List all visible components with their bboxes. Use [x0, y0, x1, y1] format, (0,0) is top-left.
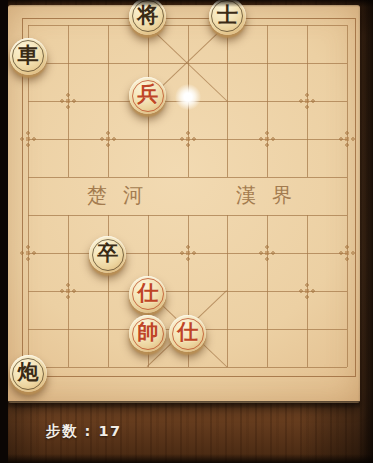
letterbox-strip-left: [0, 0, 8, 463]
board-bottom-shadow: [8, 401, 360, 409]
star-point-marker: [259, 131, 275, 147]
star-point-marker: [20, 245, 36, 261]
star-point-marker: [299, 93, 315, 109]
piece-black-chariot[interactable]: 車: [10, 38, 47, 75]
piece-character: 卒: [89, 235, 126, 272]
piece-character: 車: [10, 36, 47, 73]
piece-black-cannon[interactable]: 炮: [10, 355, 47, 392]
piece-black-soldier[interactable]: 卒: [89, 236, 126, 273]
frame-edge-right: [358, 0, 373, 463]
star-point-marker: [180, 245, 196, 261]
piece-character: 兵: [129, 76, 166, 113]
grid-line: [108, 25, 109, 177]
board-layer: 楚河 漢界 将士車兵卒仕帥仕炮: [0, 0, 373, 463]
grid-line: [267, 25, 268, 177]
star-point-marker: [60, 283, 76, 299]
star-point-marker: [299, 283, 315, 299]
grid-line: [28, 367, 347, 368]
piece-red-advisor-1[interactable]: 仕: [129, 276, 166, 313]
piece-red-advisor-2[interactable]: 仕: [169, 315, 206, 352]
piece-character: 仕: [169, 314, 206, 351]
star-point-marker: [180, 131, 196, 147]
piece-character: 帥: [129, 314, 166, 351]
star-point-marker: [339, 245, 355, 261]
grid-line: [28, 25, 29, 367]
piece-character: 仕: [129, 274, 166, 311]
star-point-marker: [20, 131, 36, 147]
star-point-marker: [100, 131, 116, 147]
move-counter: 步数 : 17: [46, 422, 122, 441]
grid-line: [267, 215, 268, 367]
star-point-marker: [259, 245, 275, 261]
star-point-marker: [339, 131, 355, 147]
xiangqi-app: 楚河 漢界 将士車兵卒仕帥仕炮 步数 : 17: [0, 0, 373, 463]
last-move-marker: [175, 84, 201, 110]
star-point-marker: [60, 93, 76, 109]
grid-line: [347, 25, 348, 367]
grid-line: [28, 177, 347, 178]
frame-edge-bottom: [0, 454, 373, 463]
river-label-left: 楚河: [87, 182, 159, 209]
piece-character: 炮: [10, 354, 47, 391]
grid-line: [227, 215, 228, 367]
frame-edge-top: [0, 0, 373, 7]
piece-red-general[interactable]: 帥: [129, 315, 166, 352]
river-label-right: 漢界: [236, 182, 308, 209]
piece-red-soldier[interactable]: 兵: [129, 77, 166, 114]
